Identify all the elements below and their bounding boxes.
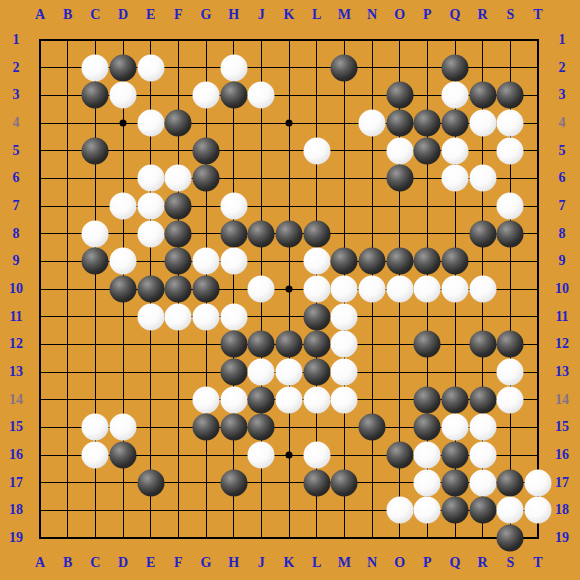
black-stone-E17 bbox=[137, 469, 164, 496]
white-stone-H9 bbox=[220, 248, 247, 275]
column-label-bottom-T: T bbox=[533, 556, 542, 570]
white-stone-H14 bbox=[220, 386, 247, 413]
black-stone-C5 bbox=[82, 137, 109, 164]
row-label-right-10: 10 bbox=[555, 282, 569, 296]
column-label-bottom-B: B bbox=[63, 556, 72, 570]
row-label-left-12: 12 bbox=[9, 337, 23, 351]
column-label-top-J: J bbox=[258, 8, 265, 22]
white-stone-L16 bbox=[303, 442, 330, 469]
row-label-right-12: 12 bbox=[555, 337, 569, 351]
black-stone-H12 bbox=[220, 331, 247, 358]
white-stone-L9 bbox=[303, 248, 330, 275]
white-stone-E7 bbox=[137, 193, 164, 220]
star-point bbox=[286, 286, 293, 293]
white-stone-F6 bbox=[165, 165, 192, 192]
row-label-right-9: 9 bbox=[559, 254, 566, 268]
white-stone-J13 bbox=[248, 359, 275, 386]
black-stone-O9 bbox=[386, 248, 413, 275]
white-stone-K14 bbox=[276, 386, 303, 413]
column-label-top-R: R bbox=[478, 8, 488, 22]
column-label-bottom-Q: Q bbox=[450, 556, 461, 570]
white-stone-Q6 bbox=[442, 165, 469, 192]
black-stone-G15 bbox=[193, 414, 220, 441]
black-stone-P5 bbox=[414, 137, 441, 164]
row-label-right-18: 18 bbox=[555, 503, 569, 517]
column-label-bottom-L: L bbox=[312, 556, 321, 570]
row-label-right-13: 13 bbox=[555, 365, 569, 379]
column-label-bottom-G: G bbox=[201, 556, 212, 570]
white-stone-C2 bbox=[82, 54, 109, 81]
column-label-top-F: F bbox=[174, 8, 183, 22]
white-stone-M10 bbox=[331, 276, 358, 303]
row-label-left-4: 4 bbox=[13, 116, 20, 130]
row-label-left-10: 10 bbox=[9, 282, 23, 296]
black-stone-K8 bbox=[276, 220, 303, 247]
black-stone-D16 bbox=[110, 442, 137, 469]
go-board[interactable]: AABBCCDDEEFFGGHHJJKKLLMMNNOOPPQQRRSSTT11… bbox=[0, 0, 580, 580]
column-label-top-E: E bbox=[146, 8, 155, 22]
black-stone-F10 bbox=[165, 276, 192, 303]
black-stone-P4 bbox=[414, 110, 441, 137]
white-stone-P10 bbox=[414, 276, 441, 303]
row-label-right-15: 15 bbox=[555, 420, 569, 434]
column-label-top-C: C bbox=[90, 8, 100, 22]
column-label-bottom-M: M bbox=[338, 556, 351, 570]
row-label-left-16: 16 bbox=[9, 448, 23, 462]
column-label-bottom-D: D bbox=[118, 556, 128, 570]
black-stone-G10 bbox=[193, 276, 220, 303]
black-stone-M9 bbox=[331, 248, 358, 275]
black-stone-K12 bbox=[276, 331, 303, 358]
white-stone-Q15 bbox=[442, 414, 469, 441]
star-point bbox=[120, 120, 127, 127]
black-stone-M2 bbox=[331, 54, 358, 81]
white-stone-S5 bbox=[497, 137, 524, 164]
black-stone-O4 bbox=[386, 110, 413, 137]
column-label-bottom-O: O bbox=[394, 556, 405, 570]
white-stone-R16 bbox=[469, 442, 496, 469]
column-label-top-T: T bbox=[533, 8, 542, 22]
white-stone-R17 bbox=[469, 469, 496, 496]
black-stone-H8 bbox=[220, 220, 247, 247]
star-point bbox=[286, 452, 293, 459]
white-stone-M12 bbox=[331, 331, 358, 358]
row-label-right-17: 17 bbox=[555, 476, 569, 490]
column-label-top-P: P bbox=[423, 8, 432, 22]
column-label-top-L: L bbox=[312, 8, 321, 22]
white-stone-N4 bbox=[359, 110, 386, 137]
column-label-bottom-N: N bbox=[367, 556, 377, 570]
white-stone-O10 bbox=[386, 276, 413, 303]
white-stone-S13 bbox=[497, 359, 524, 386]
black-stone-C3 bbox=[82, 82, 109, 109]
black-stone-G6 bbox=[193, 165, 220, 192]
black-stone-R8 bbox=[469, 220, 496, 247]
white-stone-H2 bbox=[220, 54, 247, 81]
black-stone-F8 bbox=[165, 220, 192, 247]
black-stone-S3 bbox=[497, 82, 524, 109]
black-stone-P15 bbox=[414, 414, 441, 441]
white-stone-L10 bbox=[303, 276, 330, 303]
white-stone-L5 bbox=[303, 137, 330, 164]
white-stone-E2 bbox=[137, 54, 164, 81]
black-stone-P12 bbox=[414, 331, 441, 358]
black-stone-L11 bbox=[303, 303, 330, 330]
black-stone-S8 bbox=[497, 220, 524, 247]
white-stone-R4 bbox=[469, 110, 496, 137]
column-label-top-H: H bbox=[228, 8, 239, 22]
row-label-right-2: 2 bbox=[559, 61, 566, 75]
white-stone-O5 bbox=[386, 137, 413, 164]
white-stone-H7 bbox=[220, 193, 247, 220]
column-label-bottom-K: K bbox=[284, 556, 295, 570]
white-stone-M11 bbox=[331, 303, 358, 330]
white-stone-L14 bbox=[303, 386, 330, 413]
white-stone-P18 bbox=[414, 497, 441, 524]
column-label-bottom-C: C bbox=[90, 556, 100, 570]
white-stone-J10 bbox=[248, 276, 275, 303]
white-stone-C8 bbox=[82, 220, 109, 247]
column-label-top-S: S bbox=[506, 8, 514, 22]
white-stone-H11 bbox=[220, 303, 247, 330]
black-stone-J15 bbox=[248, 414, 275, 441]
white-stone-E8 bbox=[137, 220, 164, 247]
column-label-bottom-F: F bbox=[174, 556, 183, 570]
black-stone-S19 bbox=[497, 525, 524, 552]
white-stone-K13 bbox=[276, 359, 303, 386]
row-label-left-7: 7 bbox=[13, 199, 20, 213]
white-stone-J16 bbox=[248, 442, 275, 469]
black-stone-H17 bbox=[220, 469, 247, 496]
white-stone-D7 bbox=[110, 193, 137, 220]
black-stone-F7 bbox=[165, 193, 192, 220]
column-label-top-K: K bbox=[284, 8, 295, 22]
white-stone-S14 bbox=[497, 386, 524, 413]
row-label-right-14: 14 bbox=[555, 393, 569, 407]
row-label-right-6: 6 bbox=[559, 171, 566, 185]
black-stone-C9 bbox=[82, 248, 109, 275]
white-stone-R10 bbox=[469, 276, 496, 303]
row-label-left-11: 11 bbox=[9, 310, 22, 324]
black-stone-R18 bbox=[469, 497, 496, 524]
row-label-right-1: 1 bbox=[559, 33, 566, 47]
row-label-left-8: 8 bbox=[13, 227, 20, 241]
white-stone-Q3 bbox=[442, 82, 469, 109]
white-stone-S18 bbox=[497, 497, 524, 524]
black-stone-Q14 bbox=[442, 386, 469, 413]
row-label-left-17: 17 bbox=[9, 476, 23, 490]
white-stone-C16 bbox=[82, 442, 109, 469]
white-stone-M13 bbox=[331, 359, 358, 386]
black-stone-Q4 bbox=[442, 110, 469, 137]
column-label-top-B: B bbox=[63, 8, 72, 22]
black-stone-D10 bbox=[110, 276, 137, 303]
black-stone-L17 bbox=[303, 469, 330, 496]
row-label-right-11: 11 bbox=[555, 310, 568, 324]
grid-line-horizontal bbox=[39, 316, 539, 317]
column-label-bottom-A: A bbox=[35, 556, 45, 570]
black-stone-E10 bbox=[137, 276, 164, 303]
row-label-left-1: 1 bbox=[13, 33, 20, 47]
row-label-left-14: 14 bbox=[9, 393, 23, 407]
row-label-right-4: 4 bbox=[559, 116, 566, 130]
column-label-bottom-J: J bbox=[258, 556, 265, 570]
row-label-right-19: 19 bbox=[555, 531, 569, 545]
column-label-top-D: D bbox=[118, 8, 128, 22]
column-label-top-M: M bbox=[338, 8, 351, 22]
row-label-left-19: 19 bbox=[9, 531, 23, 545]
black-stone-P9 bbox=[414, 248, 441, 275]
white-stone-C15 bbox=[82, 414, 109, 441]
row-label-left-3: 3 bbox=[13, 88, 20, 102]
black-stone-D2 bbox=[110, 54, 137, 81]
column-label-top-A: A bbox=[35, 8, 45, 22]
black-stone-O16 bbox=[386, 442, 413, 469]
grid-line-horizontal bbox=[39, 537, 539, 539]
black-stone-L13 bbox=[303, 359, 330, 386]
column-label-bottom-P: P bbox=[423, 556, 432, 570]
white-stone-G3 bbox=[193, 82, 220, 109]
white-stone-G9 bbox=[193, 248, 220, 275]
row-label-right-3: 3 bbox=[559, 88, 566, 102]
black-stone-Q2 bbox=[442, 54, 469, 81]
column-label-top-O: O bbox=[394, 8, 405, 22]
white-stone-R6 bbox=[469, 165, 496, 192]
row-label-right-5: 5 bbox=[559, 144, 566, 158]
black-stone-G5 bbox=[193, 137, 220, 164]
white-stone-Q5 bbox=[442, 137, 469, 164]
black-stone-J12 bbox=[248, 331, 275, 358]
row-label-left-9: 9 bbox=[13, 254, 20, 268]
grid-line-vertical bbox=[537, 39, 539, 539]
row-label-left-2: 2 bbox=[13, 61, 20, 75]
star-point bbox=[286, 120, 293, 127]
black-stone-H15 bbox=[220, 414, 247, 441]
white-stone-E4 bbox=[137, 110, 164, 137]
row-label-right-16: 16 bbox=[555, 448, 569, 462]
white-stone-T17 bbox=[525, 469, 552, 496]
black-stone-Q9 bbox=[442, 248, 469, 275]
black-stone-J8 bbox=[248, 220, 275, 247]
row-label-left-6: 6 bbox=[13, 171, 20, 185]
column-label-bottom-S: S bbox=[506, 556, 514, 570]
white-stone-D9 bbox=[110, 248, 137, 275]
white-stone-Q10 bbox=[442, 276, 469, 303]
white-stone-T18 bbox=[525, 497, 552, 524]
black-stone-S17 bbox=[497, 469, 524, 496]
white-stone-S7 bbox=[497, 193, 524, 220]
white-stone-M14 bbox=[331, 386, 358, 413]
white-stone-G11 bbox=[193, 303, 220, 330]
white-stone-R15 bbox=[469, 414, 496, 441]
column-label-top-G: G bbox=[201, 8, 212, 22]
white-stone-E6 bbox=[137, 165, 164, 192]
black-stone-N9 bbox=[359, 248, 386, 275]
white-stone-E11 bbox=[137, 303, 164, 330]
row-label-left-5: 5 bbox=[13, 144, 20, 158]
black-stone-Q18 bbox=[442, 497, 469, 524]
white-stone-P17 bbox=[414, 469, 441, 496]
black-stone-O3 bbox=[386, 82, 413, 109]
black-stone-F9 bbox=[165, 248, 192, 275]
black-stone-Q16 bbox=[442, 442, 469, 469]
column-label-top-Q: Q bbox=[450, 8, 461, 22]
row-label-right-7: 7 bbox=[559, 199, 566, 213]
white-stone-F11 bbox=[165, 303, 192, 330]
black-stone-F4 bbox=[165, 110, 192, 137]
black-stone-O6 bbox=[386, 165, 413, 192]
black-stone-R3 bbox=[469, 82, 496, 109]
column-label-bottom-E: E bbox=[146, 556, 155, 570]
row-label-left-15: 15 bbox=[9, 420, 23, 434]
white-stone-N10 bbox=[359, 276, 386, 303]
black-stone-N15 bbox=[359, 414, 386, 441]
black-stone-S12 bbox=[497, 331, 524, 358]
white-stone-D3 bbox=[110, 82, 137, 109]
white-stone-D15 bbox=[110, 414, 137, 441]
column-label-bottom-H: H bbox=[228, 556, 239, 570]
column-label-bottom-R: R bbox=[478, 556, 488, 570]
column-label-top-N: N bbox=[367, 8, 377, 22]
white-stone-S4 bbox=[497, 110, 524, 137]
white-stone-P16 bbox=[414, 442, 441, 469]
row-label-left-18: 18 bbox=[9, 503, 23, 517]
black-stone-R12 bbox=[469, 331, 496, 358]
white-stone-J3 bbox=[248, 82, 275, 109]
black-stone-M17 bbox=[331, 469, 358, 496]
row-label-right-8: 8 bbox=[559, 227, 566, 241]
black-stone-Q17 bbox=[442, 469, 469, 496]
black-stone-L12 bbox=[303, 331, 330, 358]
black-stone-H13 bbox=[220, 359, 247, 386]
row-label-left-13: 13 bbox=[9, 365, 23, 379]
black-stone-L8 bbox=[303, 220, 330, 247]
black-stone-H3 bbox=[220, 82, 247, 109]
white-stone-G14 bbox=[193, 386, 220, 413]
black-stone-R14 bbox=[469, 386, 496, 413]
white-stone-O18 bbox=[386, 497, 413, 524]
black-stone-J14 bbox=[248, 386, 275, 413]
black-stone-P14 bbox=[414, 386, 441, 413]
